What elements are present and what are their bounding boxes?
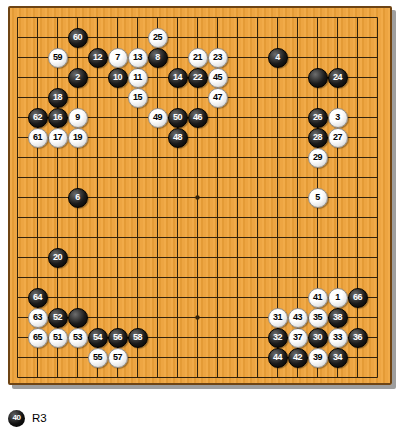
stone-move-number: 42 <box>293 353 302 362</box>
stone-B14-black-move-62: 62 <box>28 108 48 128</box>
stone-move-number: 34 <box>333 353 342 362</box>
stone-E2-white-move-55: 55 <box>88 348 108 368</box>
stone-B13-white-move-61: 61 <box>28 128 48 148</box>
stone-move-number: 58 <box>133 333 142 342</box>
stone-O3-black-move-32: 32 <box>268 328 288 348</box>
stone-move-number: 8 <box>155 53 160 62</box>
stone-E17-black-move-12: 12 <box>88 48 108 68</box>
stone-R4-black-move-38: 38 <box>328 308 348 328</box>
stone-G16-white-move-11: 11 <box>128 68 148 88</box>
stone-P3-white-move-37: 37 <box>288 328 308 348</box>
move-annotation: 40 R3 <box>8 409 47 427</box>
stone-D16-black-move-2: 2 <box>68 68 88 88</box>
stone-move-number: 1 <box>335 293 340 302</box>
stone-move-number: 61 <box>33 133 42 142</box>
stone-move-number: 9 <box>75 113 80 122</box>
stone-D14-white-move-9: 9 <box>68 108 88 128</box>
stone-move-number: 41 <box>313 293 322 302</box>
stone-F16-black-move-10: 10 <box>108 68 128 88</box>
stone-move-number: 44 <box>273 353 282 362</box>
stone-Q12-white-move-29: 29 <box>308 148 328 168</box>
stone-Q16-black-handicap <box>308 68 328 88</box>
stone-K17-white-move-21: 21 <box>188 48 208 68</box>
stone-move-number: 24 <box>333 73 342 82</box>
stone-D4-black-handicap <box>68 308 88 328</box>
stone-B5-black-move-64: 64 <box>28 288 48 308</box>
stone-move-number: 28 <box>313 133 322 142</box>
stone-H17-black-move-8: 8 <box>148 48 168 68</box>
stone-E3-black-move-54: 54 <box>88 328 108 348</box>
stone-move-number: 53 <box>73 333 82 342</box>
stone-G3-black-move-58: 58 <box>128 328 148 348</box>
go-kifu-page: 1234567891011121314151617181920212223242… <box>0 0 400 439</box>
stone-C7-black-move-20: 20 <box>48 248 68 268</box>
stone-move-number: 38 <box>333 313 342 322</box>
stone-H14-white-move-49: 49 <box>148 108 168 128</box>
caption-move-stone-black: 40 <box>8 410 25 427</box>
stone-J16-black-move-14: 14 <box>168 68 188 88</box>
stone-Q2-white-move-39: 39 <box>308 348 328 368</box>
stone-move-number: 7 <box>115 53 120 62</box>
stone-move-number: 25 <box>153 33 162 42</box>
stone-move-number: 56 <box>113 333 122 342</box>
stone-move-number: 60 <box>73 33 82 42</box>
stone-L15-white-move-47: 47 <box>208 88 228 108</box>
stone-move-number: 26 <box>313 113 322 122</box>
stone-move-number: 15 <box>133 93 142 102</box>
stone-move-number: 36 <box>353 333 362 342</box>
stone-move-number: 55 <box>93 353 102 362</box>
stone-move-number: 17 <box>53 133 62 142</box>
stone-move-number: 37 <box>293 333 302 342</box>
caption-move-point: R3 <box>32 412 47 424</box>
stone-move-number: 35 <box>313 313 322 322</box>
stone-move-number: 39 <box>313 353 322 362</box>
stones-layer: 1234567891011121314151617181920212223242… <box>10 8 390 383</box>
stone-move-number: 6 <box>75 193 80 202</box>
stone-move-number: 29 <box>313 153 322 162</box>
stone-move-number: 19 <box>73 133 82 142</box>
stone-Q14-black-move-26: 26 <box>308 108 328 128</box>
stone-move-number: 50 <box>173 113 182 122</box>
stone-B3-white-move-65: 65 <box>28 328 48 348</box>
stone-R5-white-move-1: 1 <box>328 288 348 308</box>
stone-move-number: 32 <box>273 333 282 342</box>
stone-D10-black-move-6: 6 <box>68 188 88 208</box>
stone-move-number: 14 <box>173 73 182 82</box>
stone-J13-black-move-48: 48 <box>168 128 188 148</box>
stone-move-number: 57 <box>113 353 122 362</box>
stone-O17-black-move-4: 4 <box>268 48 288 68</box>
stone-move-number: 4 <box>275 53 280 62</box>
stone-C3-white-move-51: 51 <box>48 328 68 348</box>
stone-D18-black-move-60: 60 <box>68 28 88 48</box>
stone-move-number: 3 <box>335 113 340 122</box>
stone-H18-white-move-25: 25 <box>148 28 168 48</box>
stone-Q4-white-move-35: 35 <box>308 308 328 328</box>
stone-move-number: 33 <box>333 333 342 342</box>
stone-move-number: 52 <box>53 313 62 322</box>
stone-move-number: 48 <box>173 133 182 142</box>
stone-R3-white-move-33: 33 <box>328 328 348 348</box>
stone-G17-white-move-13: 13 <box>128 48 148 68</box>
stone-S5-black-move-66: 66 <box>348 288 368 308</box>
stone-move-number: 12 <box>93 53 102 62</box>
stone-O2-black-move-44: 44 <box>268 348 288 368</box>
stone-L17-white-move-23: 23 <box>208 48 228 68</box>
stone-move-number: 2 <box>75 73 80 82</box>
stone-P4-white-move-43: 43 <box>288 308 308 328</box>
stone-move-number: 49 <box>153 113 162 122</box>
stone-D3-white-move-53: 53 <box>68 328 88 348</box>
stone-C15-black-move-18: 18 <box>48 88 68 108</box>
stone-move-number: 27 <box>333 133 342 142</box>
stone-F3-black-move-56: 56 <box>108 328 128 348</box>
stone-K14-black-move-46: 46 <box>188 108 208 128</box>
stone-Q10-white-move-5: 5 <box>308 188 328 208</box>
stone-R13-white-move-27: 27 <box>328 128 348 148</box>
stone-move-number: 47 <box>213 93 222 102</box>
stone-C13-white-move-17: 17 <box>48 128 68 148</box>
stone-move-number: 21 <box>193 53 202 62</box>
stone-move-number: 46 <box>193 113 202 122</box>
stone-move-number: 62 <box>33 113 42 122</box>
stone-move-number: 22 <box>193 73 202 82</box>
stone-move-number: 59 <box>53 53 62 62</box>
stone-move-number: 18 <box>53 93 62 102</box>
stone-O4-white-move-31: 31 <box>268 308 288 328</box>
stone-move-number: 43 <box>293 313 302 322</box>
stone-R16-black-move-24: 24 <box>328 68 348 88</box>
stone-move-number: 30 <box>313 333 322 342</box>
go-board: 1234567891011121314151617181920212223242… <box>8 6 392 385</box>
stone-J14-black-move-50: 50 <box>168 108 188 128</box>
stone-move-number: 51 <box>53 333 62 342</box>
stone-R14-white-move-3: 3 <box>328 108 348 128</box>
stone-C4-black-move-52: 52 <box>48 308 68 328</box>
stone-move-number: 11 <box>133 73 142 82</box>
stone-move-number: 63 <box>33 313 42 322</box>
stone-move-number: 16 <box>53 113 62 122</box>
stone-L16-white-move-45: 45 <box>208 68 228 88</box>
stone-G15-white-move-15: 15 <box>128 88 148 108</box>
stone-move-number: 5 <box>315 193 320 202</box>
stone-K16-black-move-22: 22 <box>188 68 208 88</box>
stone-move-number: 45 <box>213 73 222 82</box>
stone-move-number: 66 <box>353 293 362 302</box>
stone-B4-white-move-63: 63 <box>28 308 48 328</box>
stone-F17-white-move-7: 7 <box>108 48 128 68</box>
stone-D13-white-move-19: 19 <box>68 128 88 148</box>
stone-move-number: 23 <box>213 53 222 62</box>
stone-C14-black-move-16: 16 <box>48 108 68 128</box>
stone-R2-black-move-34: 34 <box>328 348 348 368</box>
stone-move-number: 64 <box>33 293 42 302</box>
stone-Q13-black-move-28: 28 <box>308 128 328 148</box>
stone-F2-white-move-57: 57 <box>108 348 128 368</box>
caption-move-number: 40 <box>13 414 21 422</box>
stone-move-number: 54 <box>93 333 102 342</box>
stone-Q5-white-move-41: 41 <box>308 288 328 308</box>
stone-move-number: 13 <box>133 53 142 62</box>
stone-move-number: 20 <box>53 253 62 262</box>
stone-move-number: 65 <box>33 333 42 342</box>
stone-Q3-black-move-30: 30 <box>308 328 328 348</box>
stone-P2-black-move-42: 42 <box>288 348 308 368</box>
stone-C17-white-move-59: 59 <box>48 48 68 68</box>
stone-move-number: 10 <box>113 73 122 82</box>
stone-move-number: 31 <box>273 313 282 322</box>
stone-S3-black-move-36: 36 <box>348 328 368 348</box>
